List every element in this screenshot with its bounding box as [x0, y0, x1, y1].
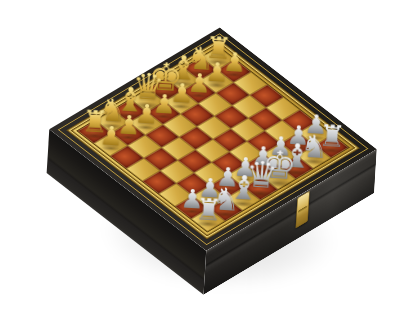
- square-a4: [142, 171, 176, 194]
- square-a1: [191, 208, 225, 231]
- square-f2: [263, 143, 297, 166]
- square-a6: [110, 146, 144, 169]
- square-b4: [160, 160, 194, 183]
- square-a2: [175, 196, 209, 219]
- square-d2: [228, 164, 262, 187]
- square-e3: [229, 141, 263, 164]
- square-c1: [226, 187, 260, 210]
- square-b3: [176, 173, 210, 196]
- photo-rotation-wrapper: ♜♞♝♛♚♝♞♜♟♟♟♟♟♟♟♟♟♟♟♟♟♟♟♟♜♞♝♛♚♝♞♜: [0, 0, 416, 312]
- square-c3: [194, 162, 228, 185]
- square-b5: [144, 148, 178, 171]
- square-b1: [209, 198, 243, 221]
- square-a7: [94, 133, 128, 156]
- square-e2: [246, 154, 280, 177]
- square-f1: [279, 156, 313, 179]
- square-c2: [210, 175, 244, 198]
- square-b2: [193, 185, 227, 208]
- square-a5: [126, 158, 160, 181]
- case-latch-groove: [298, 206, 308, 215]
- square-a3: [159, 183, 193, 206]
- case-latch: [295, 191, 309, 229]
- square-e1: [262, 166, 296, 189]
- square-b6: [128, 135, 162, 158]
- square-g1: [297, 145, 331, 168]
- square-d4: [195, 139, 229, 162]
- scene: ♜♞♝♛♚♝♞♜♟♟♟♟♟♟♟♟♟♟♟♟♟♟♟♟♜♞♝♛♚♝♞♜: [0, 0, 416, 312]
- square-c4: [178, 150, 212, 173]
- square-d1: [244, 177, 278, 200]
- square-d3: [212, 152, 246, 175]
- square-c5: [162, 137, 196, 160]
